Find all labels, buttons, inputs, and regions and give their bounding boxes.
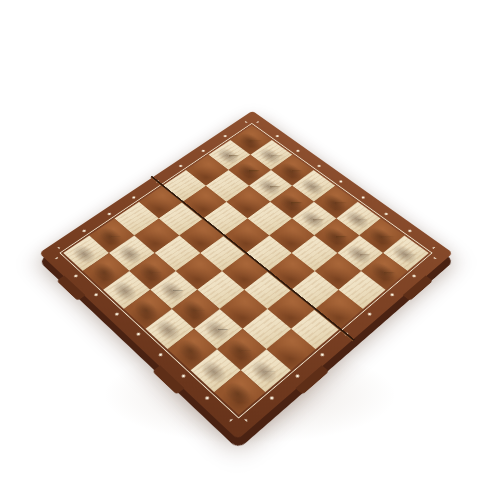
piece-black-rook[interactable]: ♜ [219,354,258,397]
piece-white-pawn[interactable]: ♟ [369,243,398,276]
chess-board-frame: ♜♞♝♛♚♝♞♜♟♟♟♟♟♟♟♟♟♟♟♟♟♟♟♟♜♞♝♛♚♝♞♜ [39,111,453,440]
board-3d-wrapper: ♜♞♝♛♚♝♞♜♟♟♟♟♟♟♟♟♟♟♟♟♟♟♟♟♜♞♝♛♚♝♞♜ [39,111,453,440]
square-d5[interactable] [200,235,246,271]
board-grid: ♜♞♝♛♚♝♞♜♟♟♟♟♟♟♟♟♟♟♟♟♟♟♟♟♜♞♝♛♚♝♞♜ [63,126,428,415]
chess-scene: ♜♞♝♛♚♝♞♜♟♟♟♟♟♟♟♟♟♟♟♟♟♟♟♟♜♞♝♛♚♝♞♜ [0,0,500,500]
board-foot [56,275,85,301]
